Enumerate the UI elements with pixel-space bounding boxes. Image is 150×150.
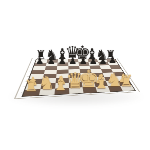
piece-black-pawn-h7[interactable]: ♟	[108, 55, 117, 64]
piece-black-pawn-a7[interactable]: ♟	[36, 56, 45, 65]
piece-white-rook-a1[interactable]: ♜	[24, 78, 38, 93]
product-photo-stage: 87654321 abcdefgh ♜♞♝♛♚♝♞♜♟♟♟♟♟♟♟♟♟♟♟♟♟♟…	[0, 0, 150, 150]
piece-black-pawn-c7[interactable]: ♟	[58, 55, 67, 64]
piece-black-pawn-f7[interactable]: ♟	[89, 55, 98, 64]
piece-black-pawn-b7[interactable]: ♟	[47, 56, 56, 65]
piece-black-pawn-e7[interactable]: ♟	[79, 55, 88, 64]
piece-white-rook-h1[interactable]: ♜	[119, 74, 133, 89]
piece-black-pawn-d7[interactable]: ♟	[69, 55, 78, 64]
piece-black-pawn-g7[interactable]: ♟	[99, 55, 108, 64]
pieces-layer: ♜♞♝♛♚♝♞♜♟♟♟♟♟♟♟♟♟♟♟♟♟♟♟♟♜♞♝♛♚♝♞♜	[0, 0, 150, 150]
